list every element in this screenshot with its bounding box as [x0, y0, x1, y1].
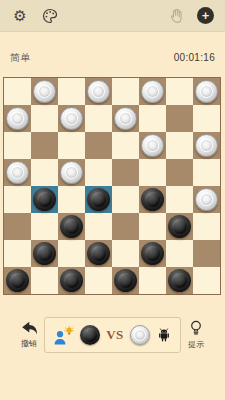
checkers-app: ⚙ + 简单 00:01:16 撤销 — [0, 0, 225, 400]
board-cell-r3c8[interactable] — [193, 132, 220, 159]
bottom-controls: 撤销 VS — [0, 317, 225, 353]
board-cell-r5c5 — [112, 186, 139, 213]
players-panel: VS — [44, 317, 181, 353]
lightbulb-icon — [189, 320, 203, 336]
board-cell-r2c5[interactable] — [112, 105, 139, 132]
board-cell-r2c3[interactable] — [58, 105, 85, 132]
white-piece[interactable] — [60, 107, 83, 130]
black-piece[interactable] — [60, 269, 83, 292]
board-cell-r8c1[interactable] — [4, 267, 31, 294]
board-cell-r5c3 — [58, 186, 85, 213]
black-piece[interactable] — [141, 188, 164, 211]
board-cell-r3c7 — [166, 132, 193, 159]
board-cell-r4c1[interactable] — [4, 159, 31, 186]
board-cell-r8c2 — [31, 267, 58, 294]
board-cell-r5c1 — [4, 186, 31, 213]
board-cell-r1c5 — [112, 78, 139, 105]
board-cell-r6c7[interactable] — [166, 213, 193, 240]
white-piece[interactable] — [141, 80, 164, 103]
person-with-lightbulb-icon[interactable] — [53, 326, 74, 345]
pan-mode-button[interactable] — [167, 7, 185, 25]
board-cell-r1c4[interactable] — [85, 78, 112, 105]
board-cell-r5c2[interactable] — [31, 186, 58, 213]
board-cell-r5c7 — [166, 186, 193, 213]
board-cell-r2c4 — [85, 105, 112, 132]
board-cell-r4c3[interactable] — [58, 159, 85, 186]
board-cell-r1c6[interactable] — [139, 78, 166, 105]
palette-icon — [42, 8, 58, 24]
board-cell-r8c8 — [193, 267, 220, 294]
white-piece[interactable] — [33, 80, 56, 103]
board-cell-r3c5 — [112, 132, 139, 159]
board-cell-r3c3 — [58, 132, 85, 159]
status-row: 简单 00:01:16 — [0, 51, 225, 64]
white-piece[interactable] — [195, 134, 218, 157]
hint-label: 提示 — [188, 339, 204, 350]
white-piece[interactable] — [114, 107, 137, 130]
black-piece[interactable] — [60, 215, 83, 238]
board-cell-r6c1[interactable] — [4, 213, 31, 240]
board-cell-r8c7[interactable] — [166, 267, 193, 294]
undo-label: 撤销 — [21, 338, 37, 349]
board-cell-r7c4[interactable] — [85, 240, 112, 267]
board-cell-r4c2 — [31, 159, 58, 186]
board — [3, 77, 221, 295]
hint-button[interactable]: 提示 — [181, 320, 211, 350]
white-piece[interactable] — [60, 161, 83, 184]
game-timer: 00:01:16 — [174, 52, 215, 63]
board-cell-r7c8[interactable] — [193, 240, 220, 267]
board-cell-r5c4[interactable] — [85, 186, 112, 213]
board-cell-r6c2 — [31, 213, 58, 240]
vs-label: VS — [106, 327, 124, 343]
board-cell-r4c8 — [193, 159, 220, 186]
board-cell-r4c7[interactable] — [166, 159, 193, 186]
board-cell-r6c6 — [139, 213, 166, 240]
board-cell-r6c3[interactable] — [58, 213, 85, 240]
board-cell-r1c3 — [58, 78, 85, 105]
board-cell-r1c7 — [166, 78, 193, 105]
board-cell-r7c1 — [4, 240, 31, 267]
black-piece[interactable] — [33, 188, 56, 211]
board-cell-r2c2 — [31, 105, 58, 132]
black-piece[interactable] — [114, 269, 137, 292]
white-piece[interactable] — [195, 188, 218, 211]
white-piece[interactable] — [87, 80, 110, 103]
black-piece[interactable] — [87, 242, 110, 265]
board-cell-r7c5 — [112, 240, 139, 267]
settings-button[interactable]: ⚙ — [11, 7, 29, 25]
board-cell-r1c1 — [4, 78, 31, 105]
difficulty-label: 简单 — [10, 51, 30, 65]
board-cell-r5c6[interactable] — [139, 186, 166, 213]
board-cell-r2c1[interactable] — [4, 105, 31, 132]
board-cell-r7c6[interactable] — [139, 240, 166, 267]
gear-icon: ⚙ — [13, 8, 26, 23]
undo-button[interactable]: 撤销 — [14, 321, 44, 349]
undo-arrow-icon — [21, 321, 38, 335]
board-cell-r1c2[interactable] — [31, 78, 58, 105]
board-cell-r3c4[interactable] — [85, 132, 112, 159]
add-button[interactable]: + — [197, 7, 214, 24]
board-cell-r8c3[interactable] — [58, 267, 85, 294]
board-cell-r3c2[interactable] — [31, 132, 58, 159]
black-piece[interactable] — [168, 215, 191, 238]
board-cell-r8c5[interactable] — [112, 267, 139, 294]
board-cell-r4c5[interactable] — [112, 159, 139, 186]
board-cell-r2c6 — [139, 105, 166, 132]
white-piece[interactable] — [141, 134, 164, 157]
board-cell-r8c6 — [139, 267, 166, 294]
black-piece[interactable] — [87, 188, 110, 211]
white-player-piece — [130, 325, 150, 345]
white-piece[interactable] — [195, 80, 218, 103]
board-cell-r3c1 — [4, 132, 31, 159]
board-cell-r5c8[interactable] — [193, 186, 220, 213]
plus-icon: + — [202, 9, 210, 22]
theme-button[interactable] — [41, 7, 59, 25]
board-cell-r4c6 — [139, 159, 166, 186]
board-cell-r2c8 — [193, 105, 220, 132]
board-cell-r6c4 — [85, 213, 112, 240]
hand-icon — [168, 8, 184, 24]
white-piece[interactable] — [6, 161, 29, 184]
board-cell-r6c8 — [193, 213, 220, 240]
board-cell-r1c8[interactable] — [193, 78, 220, 105]
board-cell-r6c5[interactable] — [112, 213, 139, 240]
black-player-piece — [80, 325, 100, 345]
white-piece[interactable] — [6, 107, 29, 130]
top-toolbar: ⚙ + — [0, 0, 225, 32]
board-cell-r3c6[interactable] — [139, 132, 166, 159]
board-cell-r4c4 — [85, 159, 112, 186]
black-piece[interactable] — [141, 242, 164, 265]
black-piece[interactable] — [168, 269, 191, 292]
board-cell-r2c7[interactable] — [166, 105, 193, 132]
board-cell-r7c7 — [166, 240, 193, 267]
board-cell-r7c3 — [58, 240, 85, 267]
board-cell-r8c4 — [85, 267, 112, 294]
android-robot-icon[interactable] — [156, 327, 172, 343]
board-cell-r7c2[interactable] — [31, 240, 58, 267]
black-piece[interactable] — [33, 242, 56, 265]
black-piece[interactable] — [6, 269, 29, 292]
